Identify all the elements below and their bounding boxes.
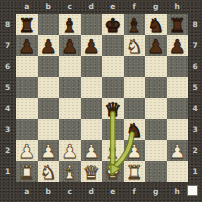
square-h6[interactable]: [167, 56, 189, 77]
square-g3[interactable]: [145, 119, 167, 140]
square-h2[interactable]: ♟: [167, 140, 189, 161]
square-e3[interactable]: [102, 119, 124, 140]
piece-wQ-d1: ♛: [83, 163, 100, 182]
file-label-bottom-f: f: [124, 182, 146, 202]
square-b2[interactable]: ♟: [38, 140, 60, 161]
file-label-bottom-e: e: [102, 182, 124, 202]
square-h3[interactable]: [167, 119, 189, 140]
square-a8[interactable]: ♜: [16, 14, 38, 35]
chess-board-widget: ♜♝♚♝♞♜♟♟♟♟♞♟♟♛♞♟♟♟♟♝♟♟♜♞♝♛♚♜ abcdefgh ab…: [0, 0, 202, 202]
square-b7[interactable]: ♟: [38, 35, 60, 56]
square-c3[interactable]: [59, 119, 81, 140]
square-g2[interactable]: [145, 140, 167, 161]
square-c4[interactable]: [59, 98, 81, 119]
square-a7[interactable]: ♟: [16, 35, 38, 56]
square-e4[interactable]: ♛: [102, 98, 124, 119]
rank-label-right-7: 7: [188, 35, 202, 56]
rank-label-right-3: 3: [188, 119, 202, 140]
file-label-top-e: e: [102, 0, 124, 14]
square-a2[interactable]: ♟: [16, 140, 38, 161]
square-b6[interactable]: [38, 56, 60, 77]
file-label-bottom-h: h: [167, 182, 189, 202]
square-g5[interactable]: [145, 77, 167, 98]
piece-bR-a8: ♜: [18, 16, 35, 35]
square-e2[interactable]: ♝: [102, 140, 124, 161]
file-label-bottom-a: a: [16, 182, 38, 202]
piece-wK-e1: ♚: [104, 163, 121, 182]
piece-bB-f8: ♝: [126, 16, 143, 35]
file-label-bottom-d: d: [81, 182, 103, 202]
square-f8[interactable]: ♝: [124, 14, 146, 35]
piece-bP-b7: ♟: [40, 37, 57, 56]
piece-bQ-e4: ♛: [104, 100, 121, 119]
piece-bP-g7: ♟: [147, 37, 164, 56]
square-a4[interactable]: [16, 98, 38, 119]
rank-label-right-8: 8: [188, 14, 202, 35]
rank-label-left-2: 2: [0, 140, 15, 161]
square-d7[interactable]: ♟: [81, 35, 103, 56]
square-e1[interactable]: ♚: [102, 161, 124, 182]
square-g6[interactable]: [145, 56, 167, 77]
square-d5[interactable]: [81, 77, 103, 98]
square-h4[interactable]: [167, 98, 189, 119]
square-g4[interactable]: [145, 98, 167, 119]
file-label-top-b: b: [38, 0, 60, 14]
square-g8[interactable]: ♞: [145, 14, 167, 35]
square-b1[interactable]: ♞: [38, 161, 60, 182]
square-a5[interactable]: [16, 77, 38, 98]
square-c1[interactable]: ♝: [59, 161, 81, 182]
file-label-bottom-g: g: [145, 182, 167, 202]
square-h1[interactable]: [167, 161, 189, 182]
rank-label-left-7: 7: [0, 35, 15, 56]
piece-wP-h2: ♟: [169, 142, 186, 161]
square-e7[interactable]: [102, 35, 124, 56]
file-label-top-f: f: [124, 0, 146, 14]
square-f6[interactable]: [124, 56, 146, 77]
square-a6[interactable]: [16, 56, 38, 77]
square-a3[interactable]: [16, 119, 38, 140]
piece-wN-f7: ♞: [126, 37, 143, 56]
square-b5[interactable]: [38, 77, 60, 98]
square-g7[interactable]: ♟: [145, 35, 167, 56]
chess-board: ♜♝♚♝♞♜♟♟♟♟♞♟♟♛♞♟♟♟♟♝♟♟♜♞♝♛♚♜: [16, 14, 188, 182]
file-label-bottom-b: b: [38, 182, 60, 202]
rank-label-right-5: 5: [188, 77, 202, 98]
piece-wP-a2: ♟: [18, 142, 35, 161]
square-b3[interactable]: [38, 119, 60, 140]
piece-wP-d2: ♟: [83, 142, 100, 161]
file-label-bottom-c: c: [59, 182, 81, 202]
square-f3[interactable]: ♞: [124, 119, 146, 140]
file-label-top-d: d: [81, 0, 103, 14]
rank-label-left-5: 5: [0, 77, 15, 98]
square-h5[interactable]: [167, 77, 189, 98]
piece-bP-h7: ♟: [169, 37, 186, 56]
piece-wB-e2: ♝: [104, 142, 121, 161]
square-d6[interactable]: [81, 56, 103, 77]
rank-label-left-3: 3: [0, 119, 15, 140]
piece-bN-f3: ♞: [126, 121, 143, 140]
square-d3[interactable]: [81, 119, 103, 140]
piece-bP-a7: ♟: [18, 37, 35, 56]
rank-label-left-1: 1: [0, 161, 15, 182]
piece-bP-d7: ♟: [83, 37, 100, 56]
piece-wP-f2: ♟: [126, 142, 143, 161]
square-c6[interactable]: [59, 56, 81, 77]
square-g1[interactable]: [145, 161, 167, 182]
square-d8[interactable]: [81, 14, 103, 35]
piece-wP-b2: ♟: [40, 142, 57, 161]
square-c5[interactable]: [59, 77, 81, 98]
square-f7[interactable]: ♞: [124, 35, 146, 56]
square-c2[interactable]: ♟: [59, 140, 81, 161]
square-d1[interactable]: ♛: [81, 161, 103, 182]
square-f1[interactable]: ♜: [124, 161, 146, 182]
rank-label-right-1: 1: [188, 161, 202, 182]
piece-bK-e8: ♚: [104, 16, 121, 35]
square-b8[interactable]: [38, 14, 60, 35]
square-e8[interactable]: ♚: [102, 14, 124, 35]
file-label-top-a: a: [16, 0, 38, 14]
square-e6[interactable]: [102, 56, 124, 77]
square-h8[interactable]: ♜: [167, 14, 189, 35]
piece-bB-c8: ♝: [61, 16, 78, 35]
rank-label-left-6: 6: [0, 56, 15, 77]
file-label-top-h: h: [167, 0, 189, 14]
piece-wR-f1: ♜: [126, 163, 143, 182]
side-to-move-indicator: [187, 185, 198, 196]
square-d2[interactable]: ♟: [81, 140, 103, 161]
square-b4[interactable]: [38, 98, 60, 119]
piece-bN-g8: ♞: [147, 16, 164, 35]
rank-label-left-4: 4: [0, 98, 15, 119]
square-c8[interactable]: ♝: [59, 14, 81, 35]
file-label-top-c: c: [59, 0, 81, 14]
rank-label-left-8: 8: [0, 14, 15, 35]
square-a1[interactable]: ♜: [16, 161, 38, 182]
file-label-top-g: g: [145, 0, 167, 14]
piece-wP-c2: ♟: [61, 142, 78, 161]
rank-label-right-4: 4: [188, 98, 202, 119]
rank-label-right-6: 6: [188, 56, 202, 77]
piece-bR-h8: ♜: [169, 16, 186, 35]
square-c7[interactable]: ♟: [59, 35, 81, 56]
piece-wR-a1: ♜: [18, 163, 35, 182]
square-f5[interactable]: [124, 77, 146, 98]
piece-bP-c7: ♟: [61, 37, 78, 56]
square-e5[interactable]: [102, 77, 124, 98]
rank-label-right-2: 2: [188, 140, 202, 161]
square-f2[interactable]: ♟: [124, 140, 146, 161]
piece-wN-b1: ♞: [40, 163, 57, 182]
square-d4[interactable]: [81, 98, 103, 119]
piece-wB-c1: ♝: [61, 163, 78, 182]
square-f4[interactable]: [124, 98, 146, 119]
square-h7[interactable]: ♟: [167, 35, 189, 56]
